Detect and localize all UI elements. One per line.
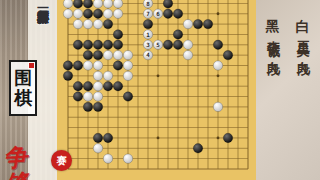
black-stone — [93, 102, 102, 111]
black-stone — [223, 133, 232, 142]
white-stone — [183, 50, 192, 59]
go-board[interactable]: 8761354 — [57, 0, 256, 180]
black-stone — [73, 61, 82, 70]
white-stone — [93, 92, 102, 101]
black-stone — [193, 19, 202, 28]
black-stone — [63, 71, 72, 80]
black-stone — [193, 144, 202, 153]
black-stone — [83, 102, 92, 111]
weiqi-channel-logo: 围 棋 — [9, 60, 37, 116]
logo-char-2: 棋 — [14, 88, 32, 108]
white-stone — [183, 40, 192, 49]
move-number-label: 4 — [146, 52, 150, 58]
black-stone — [113, 61, 122, 70]
white-stone — [73, 9, 82, 18]
black-stone — [123, 92, 132, 101]
white-stone — [123, 50, 132, 59]
black-stone — [103, 19, 112, 28]
black-stone — [83, 50, 92, 59]
black-stone — [173, 9, 182, 18]
move-number-label: 6 — [156, 11, 160, 17]
white-stone — [73, 19, 82, 28]
logo-red-dot-icon — [29, 63, 34, 68]
white-stone — [213, 61, 222, 70]
white-stone — [183, 19, 192, 28]
black-stone — [83, 0, 92, 8]
logo-char-1: 围 — [14, 68, 32, 88]
white-stone — [103, 50, 112, 59]
red-seal-stamp-icon: 赛 — [51, 150, 72, 171]
black-stone — [73, 40, 82, 49]
move-number-label: 5 — [156, 42, 160, 48]
white-stone — [123, 61, 132, 70]
black-player-column: 黑 李钦诚 九段 — [260, 8, 286, 180]
black-stone — [83, 40, 92, 49]
white-stone — [103, 154, 112, 163]
black-stone — [143, 19, 152, 28]
black-stone — [113, 40, 122, 49]
black-player-name: 李钦诚 — [264, 30, 282, 36]
black-player-rank: 九段 — [264, 50, 282, 54]
black-stone — [113, 82, 122, 91]
white-stone — [123, 71, 132, 80]
white-stone — [93, 144, 102, 153]
black-stone — [163, 0, 172, 8]
black-stone — [163, 40, 172, 49]
black-stone — [73, 82, 82, 91]
white-stone — [123, 154, 132, 163]
white-stone — [93, 71, 102, 80]
move-number-label: 1 — [146, 32, 150, 38]
white-stone — [83, 19, 92, 28]
white-player-column: 白 王星昊 九段 — [290, 8, 316, 180]
move-number-label: 3 — [146, 42, 150, 48]
black-stone — [73, 92, 82, 101]
broadcast-frame: 第一届南洋杯世界大师赛半决赛 8761354 围 棋 争锋 赛 黑 李钦诚 九段… — [0, 0, 320, 180]
black-stone — [103, 82, 112, 91]
white-stone — [113, 9, 122, 18]
go-board-grid: 8761354 — [57, 0, 256, 180]
black-stone — [173, 40, 182, 49]
red-seal-char: 赛 — [57, 154, 67, 168]
white-stone — [113, 0, 122, 8]
black-stone — [213, 40, 222, 49]
white-stone — [93, 82, 102, 91]
logo-red-calligraphy: 争锋 — [2, 142, 52, 180]
black-stone — [63, 61, 72, 70]
star-point — [157, 137, 160, 140]
black-stone — [73, 0, 82, 8]
white-player-name: 王星昊 — [294, 30, 312, 36]
star-point — [217, 12, 220, 15]
white-stone — [103, 71, 112, 80]
black-stone — [203, 19, 212, 28]
black-stone — [173, 30, 182, 39]
move-number-label: 8 — [146, 1, 150, 7]
white-stone — [113, 50, 122, 59]
white-stone — [83, 92, 92, 101]
white-stone — [63, 9, 72, 18]
white-stone — [103, 0, 112, 8]
white-stone — [83, 61, 92, 70]
black-stone — [163, 9, 172, 18]
black-stone — [103, 40, 112, 49]
black-stone — [83, 82, 92, 91]
star-point — [217, 137, 220, 140]
black-stone — [223, 50, 232, 59]
move-number-label: 7 — [146, 11, 150, 17]
white-stone — [93, 61, 102, 70]
white-stone — [103, 9, 112, 18]
black-stone — [113, 30, 122, 39]
black-stone — [93, 50, 102, 59]
white-stone — [63, 0, 72, 8]
black-stone — [83, 9, 92, 18]
white-stone — [213, 102, 222, 111]
players-panel: 黑 李钦诚 九段 白 王星昊 九段 — [256, 0, 320, 180]
black-stone — [93, 9, 102, 18]
white-player-rank: 九段 — [294, 50, 312, 54]
star-point — [157, 74, 160, 77]
black-stone — [93, 40, 102, 49]
star-point — [217, 74, 220, 77]
black-stone — [93, 133, 102, 142]
white-stone — [93, 0, 102, 8]
white-stone — [93, 19, 102, 28]
black-stone — [103, 133, 112, 142]
